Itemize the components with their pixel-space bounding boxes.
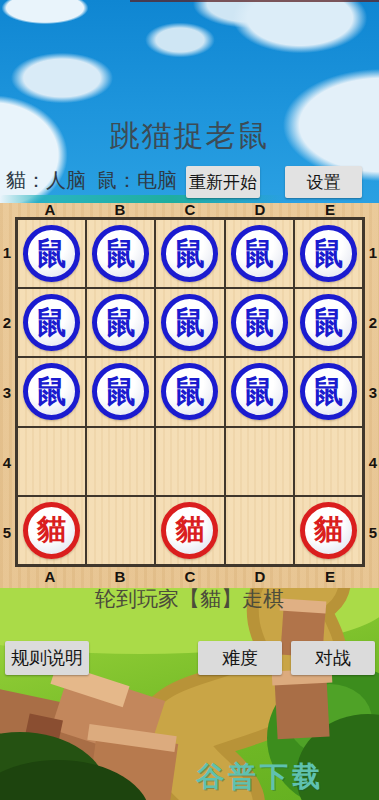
mouse-piece-A1[interactable]: 鼠 [23,225,80,282]
mouse-piece-B2[interactable]: 鼠 [92,294,149,351]
cell-E1[interactable]: 鼠 [294,219,363,288]
mouse-piece-A2[interactable]: 鼠 [23,294,80,351]
settings-button[interactable]: 设置 [285,166,362,198]
cell-C1[interactable]: 鼠 [155,219,224,288]
cell-D3[interactable]: 鼠 [225,357,294,426]
mouse-piece-C1[interactable]: 鼠 [161,225,218,282]
page-title: 跳猫捉老鼠 [0,116,379,157]
row-label-5: 5 [366,497,379,567]
row-label-5: 5 [0,497,14,567]
players-label: 貓：人脑 鼠：电脑 [6,167,177,194]
column-label-E: E [295,569,365,584]
top-edge-strip [130,0,379,2]
cell-E5[interactable]: 貓 [294,496,363,565]
cell-B3[interactable]: 鼠 [86,357,155,426]
column-label-C: C [155,569,225,584]
cell-A4[interactable] [17,427,86,496]
cell-B4[interactable] [86,427,155,496]
cat-piece-A5[interactable]: 貓 [23,502,80,559]
mouse-piece-E2[interactable]: 鼠 [300,294,357,351]
cat-piece-C5[interactable]: 貓 [161,502,218,559]
column-labels-bottom: ABCDE [15,569,365,584]
row-label-4: 4 [0,427,14,497]
cell-B2[interactable]: 鼠 [86,288,155,357]
cell-A5[interactable]: 貓 [17,496,86,565]
row-labels-right: 12345 [366,217,379,567]
mouse-piece-E1[interactable]: 鼠 [300,225,357,282]
mouse-piece-A3[interactable]: 鼠 [23,363,80,420]
cell-A1[interactable]: 鼠 [17,219,86,288]
cell-E2[interactable]: 鼠 [294,288,363,357]
row-label-3: 3 [366,357,379,427]
cell-C2[interactable]: 鼠 [155,288,224,357]
mouse-piece-D3[interactable]: 鼠 [231,363,288,420]
mouse-piece-B3[interactable]: 鼠 [92,363,149,420]
watermark: 谷普下载 [196,758,324,796]
cat-piece-E5[interactable]: 貓 [300,502,357,559]
cell-D2[interactable]: 鼠 [225,288,294,357]
restart-button[interactable]: 重新开始 [186,166,260,198]
mouse-piece-C3[interactable]: 鼠 [161,363,218,420]
turn-status: 轮到玩家【貓】走棋 [0,585,379,613]
board-grid: 鼠鼠鼠鼠鼠鼠鼠鼠鼠鼠鼠鼠鼠鼠鼠貓貓貓 [15,217,365,567]
mouse-piece-D2[interactable]: 鼠 [231,294,288,351]
cell-A2[interactable]: 鼠 [17,288,86,357]
column-label-C: C [155,202,225,217]
column-labels-top: ABCDE [15,202,365,217]
cell-D1[interactable]: 鼠 [225,219,294,288]
cell-B1[interactable]: 鼠 [86,219,155,288]
column-label-B: B [85,202,155,217]
cell-E4[interactable] [294,427,363,496]
mouse-piece-E3[interactable]: 鼠 [300,363,357,420]
cell-C5[interactable]: 貓 [155,496,224,565]
row-label-1: 1 [0,217,14,287]
column-label-A: A [15,202,85,217]
cell-A3[interactable]: 鼠 [17,357,86,426]
column-label-D: D [225,202,295,217]
row-label-2: 2 [0,287,14,357]
row-labels-left: 12345 [0,217,14,567]
cell-D4[interactable] [225,427,294,496]
mouse-piece-C2[interactable]: 鼠 [161,294,218,351]
column-label-A: A [15,569,85,584]
row-label-4: 4 [366,427,379,497]
column-label-E: E [295,202,365,217]
mouse-piece-B1[interactable]: 鼠 [92,225,149,282]
column-label-B: B [85,569,155,584]
row-label-3: 3 [0,357,14,427]
cell-D5[interactable] [225,496,294,565]
difficulty-button[interactable]: 难度 [198,641,282,675]
mouse-piece-D1[interactable]: 鼠 [231,225,288,282]
rules-button[interactable]: 规则说明 [5,641,89,675]
cell-E3[interactable]: 鼠 [294,357,363,426]
row-label-1: 1 [366,217,379,287]
cell-C4[interactable] [155,427,224,496]
app-window: 跳猫捉老鼠 貓：人脑 鼠：电脑 重新开始 设置 ABCDE 12345 鼠鼠鼠鼠… [0,0,379,800]
column-label-D: D [225,569,295,584]
battle-button[interactable]: 对战 [291,641,375,675]
cell-B5[interactable] [86,496,155,565]
cell-C3[interactable]: 鼠 [155,357,224,426]
row-label-2: 2 [366,287,379,357]
